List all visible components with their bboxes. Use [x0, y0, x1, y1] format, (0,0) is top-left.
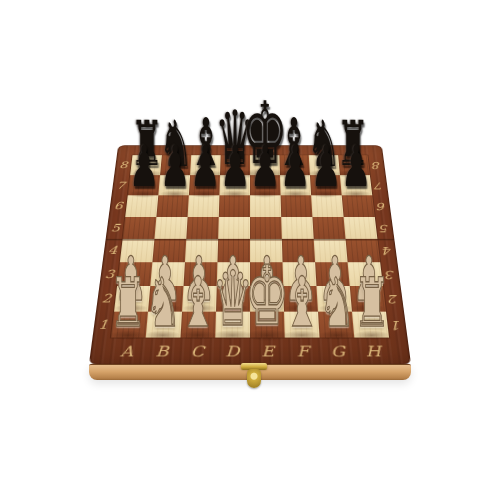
- piece-white-rook-a1[interactable]: ♜: [110, 269, 147, 337]
- piece-black-pawn-b7[interactable]: ♟: [159, 138, 190, 195]
- piece-black-pawn-c7[interactable]: ♟: [189, 138, 220, 195]
- piece-white-knight-b1[interactable]: ♞: [145, 269, 182, 337]
- piece-black-pawn-f7[interactable]: ♟: [280, 138, 311, 195]
- piece-black-pawn-e7[interactable]: ♟: [250, 138, 281, 195]
- product-photo: 87654321 87654321 ABCDEFGH ♜♞♝♛♚♝♞♜♟♟♟♟♟…: [0, 0, 500, 500]
- piece-white-rook-h1[interactable]: ♜: [354, 269, 391, 337]
- piece-black-pawn-g7[interactable]: ♟: [310, 138, 341, 195]
- piece-black-pawn-d7[interactable]: ♟: [220, 138, 251, 195]
- pieces-layer: ♜♞♝♛♚♝♞♜♟♟♟♟♟♟♟♟♟♟♟♟♟♟♟♟♜♞♝♛♚♝♞♜: [0, 0, 500, 500]
- piece-white-knight-g1[interactable]: ♞: [319, 269, 356, 337]
- piece-white-bishop-f1[interactable]: ♝: [284, 268, 321, 337]
- piece-black-pawn-h7[interactable]: ♟: [340, 138, 371, 195]
- piece-black-pawn-a7[interactable]: ♟: [129, 138, 160, 195]
- piece-white-bishop-c1[interactable]: ♝: [179, 268, 216, 337]
